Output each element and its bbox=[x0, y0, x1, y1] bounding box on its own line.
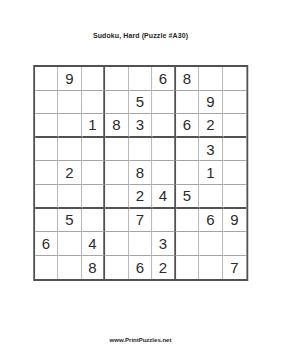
cell-r4c2-empty[interactable] bbox=[58, 138, 82, 162]
cell-r2c3-empty[interactable] bbox=[82, 91, 106, 115]
cell-r8c5-empty[interactable] bbox=[129, 232, 153, 256]
cell-r5c9-empty[interactable] bbox=[223, 161, 247, 185]
cell-r5c4-empty[interactable] bbox=[105, 161, 129, 185]
footer-url: www.PrintPuzzles.net bbox=[0, 337, 281, 344]
cell-r7c8-given: 6 bbox=[199, 209, 223, 233]
cell-r1c7-given: 8 bbox=[176, 67, 200, 91]
cell-r3c9-empty[interactable] bbox=[223, 114, 247, 138]
cell-r9c2-empty[interactable] bbox=[58, 256, 82, 280]
cell-r6c6-given: 4 bbox=[152, 185, 176, 209]
cell-r7c5-given: 7 bbox=[129, 209, 153, 233]
sudoku-grid: 9685918362328124557696438627 bbox=[33, 65, 249, 281]
cell-r1c5-empty[interactable] bbox=[129, 67, 153, 91]
cell-r2c1-empty[interactable] bbox=[35, 91, 59, 115]
cell-r7c4-empty[interactable] bbox=[105, 209, 129, 233]
cell-r2c2-empty[interactable] bbox=[58, 91, 82, 115]
cell-r4c1-empty[interactable] bbox=[35, 138, 59, 162]
cell-r6c9-empty[interactable] bbox=[223, 185, 247, 209]
cell-r5c3-empty[interactable] bbox=[82, 161, 106, 185]
cell-r6c3-empty[interactable] bbox=[82, 185, 106, 209]
cell-r9c1-empty[interactable] bbox=[35, 256, 59, 280]
cell-r8c6-given: 3 bbox=[152, 232, 176, 256]
cell-r1c1-empty[interactable] bbox=[35, 67, 59, 91]
cell-r4c9-empty[interactable] bbox=[223, 138, 247, 162]
cell-r1c8-empty[interactable] bbox=[199, 67, 223, 91]
cell-r5c2-given: 2 bbox=[58, 161, 82, 185]
cell-r1c2-given: 9 bbox=[58, 67, 82, 91]
cell-r4c3-empty[interactable] bbox=[82, 138, 106, 162]
puzzle-page: Sudoku, Hard (Puzzle #A30) 9685918362328… bbox=[0, 0, 281, 363]
cell-r9c6-given: 2 bbox=[152, 256, 176, 280]
cell-r2c4-empty[interactable] bbox=[105, 91, 129, 115]
cell-r5c6-empty[interactable] bbox=[152, 161, 176, 185]
cell-r6c5-given: 2 bbox=[129, 185, 153, 209]
cell-r3c2-empty[interactable] bbox=[58, 114, 82, 138]
cell-r7c2-given: 5 bbox=[58, 209, 82, 233]
cell-r6c2-empty[interactable] bbox=[58, 185, 82, 209]
cell-r8c8-empty[interactable] bbox=[199, 232, 223, 256]
cell-r5c7-empty[interactable] bbox=[176, 161, 200, 185]
cell-r1c3-empty[interactable] bbox=[82, 67, 106, 91]
cell-r9c5-given: 6 bbox=[129, 256, 153, 280]
cell-r6c1-empty[interactable] bbox=[35, 185, 59, 209]
cell-r2c9-empty[interactable] bbox=[223, 91, 247, 115]
cell-r2c5-given: 5 bbox=[129, 91, 153, 115]
cell-r4c4-empty[interactable] bbox=[105, 138, 129, 162]
cell-r3c6-empty[interactable] bbox=[152, 114, 176, 138]
cell-r8c9-empty[interactable] bbox=[223, 232, 247, 256]
cell-r8c3-given: 4 bbox=[82, 232, 106, 256]
cell-r4c7-empty[interactable] bbox=[176, 138, 200, 162]
cell-r5c8-given: 1 bbox=[199, 161, 223, 185]
cell-r4c8-given: 3 bbox=[199, 138, 223, 162]
cell-r2c8-given: 9 bbox=[199, 91, 223, 115]
cell-r1c9-empty[interactable] bbox=[223, 67, 247, 91]
cell-r4c5-empty[interactable] bbox=[129, 138, 153, 162]
cell-r2c6-empty[interactable] bbox=[152, 91, 176, 115]
cell-r9c4-empty[interactable] bbox=[105, 256, 129, 280]
cell-r3c4-given: 8 bbox=[105, 114, 129, 138]
cell-r4c6-empty[interactable] bbox=[152, 138, 176, 162]
cell-r9c3-given: 8 bbox=[82, 256, 106, 280]
cell-r8c7-empty[interactable] bbox=[176, 232, 200, 256]
cell-r3c1-empty[interactable] bbox=[35, 114, 59, 138]
cell-r9c7-empty[interactable] bbox=[176, 256, 200, 280]
cell-r9c9-given: 7 bbox=[223, 256, 247, 280]
cell-r5c5-given: 8 bbox=[129, 161, 153, 185]
puzzle-title: Sudoku, Hard (Puzzle #A30) bbox=[0, 32, 281, 40]
cell-r6c8-empty[interactable] bbox=[199, 185, 223, 209]
cell-r3c7-given: 6 bbox=[176, 114, 200, 138]
cell-r3c5-given: 3 bbox=[129, 114, 153, 138]
cell-r3c8-given: 2 bbox=[199, 114, 223, 138]
cell-r7c3-empty[interactable] bbox=[82, 209, 106, 233]
cell-r5c1-empty[interactable] bbox=[35, 161, 59, 185]
cell-r8c4-empty[interactable] bbox=[105, 232, 129, 256]
cell-r8c2-empty[interactable] bbox=[58, 232, 82, 256]
cell-r7c1-empty[interactable] bbox=[35, 209, 59, 233]
cell-r6c4-empty[interactable] bbox=[105, 185, 129, 209]
cell-r3c3-given: 1 bbox=[82, 114, 106, 138]
cell-r9c8-empty[interactable] bbox=[199, 256, 223, 280]
cell-r1c4-empty[interactable] bbox=[105, 67, 129, 91]
cell-r7c6-empty[interactable] bbox=[152, 209, 176, 233]
cell-r7c7-empty[interactable] bbox=[176, 209, 200, 233]
cell-r2c7-empty[interactable] bbox=[176, 91, 200, 115]
cell-r1c6-given: 6 bbox=[152, 67, 176, 91]
cell-r8c1-given: 6 bbox=[35, 232, 59, 256]
cell-r7c9-given: 9 bbox=[223, 209, 247, 233]
cell-r6c7-given: 5 bbox=[176, 185, 200, 209]
